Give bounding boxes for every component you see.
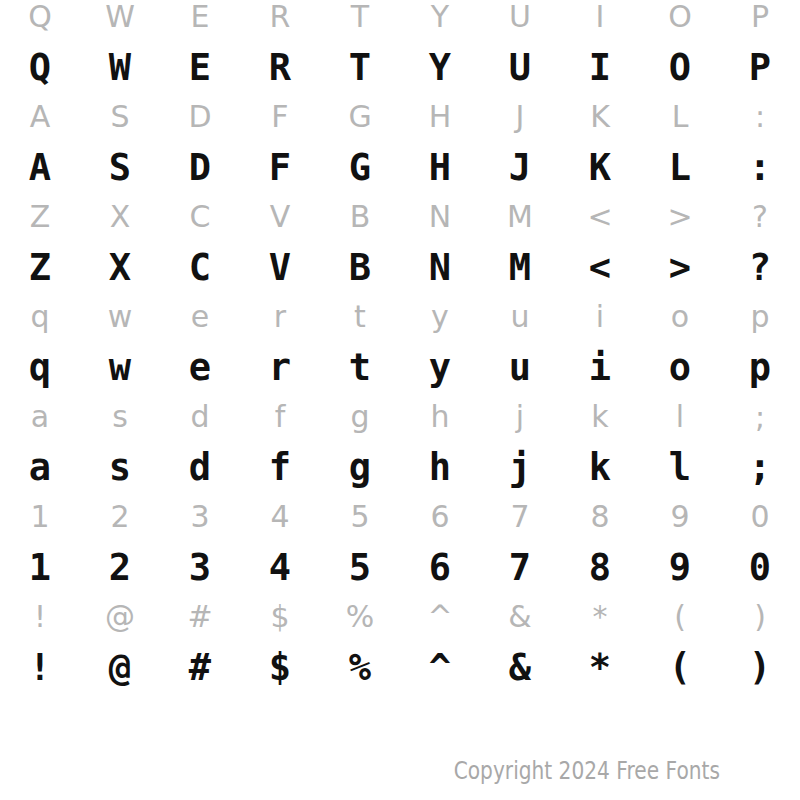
bold-char-cell-3-5: y xyxy=(400,342,480,392)
bold-char-cell-0-5: Y xyxy=(400,42,480,92)
bold-char-cell-6-0: ! xyxy=(0,642,80,692)
bold-char-cell-2-0: Z xyxy=(0,242,80,292)
ghost-char-cell-2-1: X xyxy=(80,192,160,242)
ghost-char-cell-5-7: 8 xyxy=(560,492,640,542)
bold-char-cell-3-6: u xyxy=(480,342,560,392)
bold-char-cell-4-2: d xyxy=(160,442,240,492)
bold-char-cell-6-1: @ xyxy=(80,642,160,692)
ghost-char-cell-1-0: A xyxy=(0,92,80,142)
bold-char-cell-0-4: T xyxy=(320,42,400,92)
bold-char-cell-2-3: V xyxy=(240,242,320,292)
ghost-char-cell-2-2: C xyxy=(160,192,240,242)
ghost-char-cell-0-0: Q xyxy=(0,0,80,42)
bold-char-cell-6-3: $ xyxy=(240,642,320,692)
bold-char-cell-0-0: Q xyxy=(0,42,80,92)
ghost-char-cell-1-2: D xyxy=(160,92,240,142)
ghost-char-cell-4-3: f xyxy=(240,392,320,442)
ghost-char-cell-0-4: T xyxy=(320,0,400,42)
bold-char-cell-4-5: h xyxy=(400,442,480,492)
bold-char-cell-6-8: ( xyxy=(640,642,720,692)
ghost-char-cell-0-9: P xyxy=(720,0,800,42)
bold-char-cell-0-9: P xyxy=(720,42,800,92)
bold-char-cell-3-3: r xyxy=(240,342,320,392)
bold-char-cell-1-6: J xyxy=(480,142,560,192)
ghost-char-cell-4-2: d xyxy=(160,392,240,442)
ghost-char-cell-1-5: H xyxy=(400,92,480,142)
ghost-char-cell-3-9: p xyxy=(720,292,800,342)
ghost-char-cell-2-9: ? xyxy=(720,192,800,242)
ghost-char-cell-1-8: L xyxy=(640,92,720,142)
bold-char-cell-0-7: I xyxy=(560,42,640,92)
bold-char-cell-4-1: s xyxy=(80,442,160,492)
ghost-char-cell-6-0: ! xyxy=(0,592,80,642)
bold-char-cell-2-5: N xyxy=(400,242,480,292)
ghost-char-cell-4-4: g xyxy=(320,392,400,442)
ghost-char-cell-3-5: y xyxy=(400,292,480,342)
ghost-char-cell-1-6: J xyxy=(480,92,560,142)
ghost-char-cell-4-1: s xyxy=(80,392,160,442)
ghost-char-cell-3-2: e xyxy=(160,292,240,342)
bold-char-cell-5-1: 2 xyxy=(80,542,160,592)
ghost-char-cell-0-2: E xyxy=(160,0,240,42)
ghost-char-cell-1-9: : xyxy=(720,92,800,142)
ghost-char-cell-5-4: 5 xyxy=(320,492,400,542)
bold-char-cell-2-6: M xyxy=(480,242,560,292)
bold-char-cell-1-5: H xyxy=(400,142,480,192)
bold-char-cell-6-9: ) xyxy=(720,642,800,692)
ghost-char-cell-5-2: 3 xyxy=(160,492,240,542)
bold-char-cell-3-4: t xyxy=(320,342,400,392)
ghost-char-cell-4-5: h xyxy=(400,392,480,442)
bold-char-cell-6-2: # xyxy=(160,642,240,692)
ghost-char-cell-6-8: ( xyxy=(640,592,720,642)
ghost-char-cell-2-5: N xyxy=(400,192,480,242)
bold-char-cell-0-3: R xyxy=(240,42,320,92)
bold-char-cell-1-4: G xyxy=(320,142,400,192)
bold-char-cell-2-7: < xyxy=(560,242,640,292)
bold-char-cell-5-3: 4 xyxy=(240,542,320,592)
font-specimen-sheet: QWERTYUIOPQWERTYUIOPASDFGHJKL:ASDFGHJKL:… xyxy=(0,0,800,800)
bold-char-cell-1-2: D xyxy=(160,142,240,192)
bold-char-cell-2-4: B xyxy=(320,242,400,292)
bold-char-cell-4-7: k xyxy=(560,442,640,492)
bold-char-cell-2-2: C xyxy=(160,242,240,292)
ghost-char-cell-5-5: 6 xyxy=(400,492,480,542)
bold-char-cell-3-1: w xyxy=(80,342,160,392)
ghost-char-cell-2-6: M xyxy=(480,192,560,242)
ghost-char-cell-2-7: < xyxy=(560,192,640,242)
character-grid: QWERTYUIOPQWERTYUIOPASDFGHJKL:ASDFGHJKL:… xyxy=(0,0,800,692)
bold-char-cell-5-8: 9 xyxy=(640,542,720,592)
bold-char-cell-3-7: i xyxy=(560,342,640,392)
bold-char-cell-0-6: U xyxy=(480,42,560,92)
ghost-char-cell-6-1: @ xyxy=(80,592,160,642)
bold-char-cell-2-8: > xyxy=(640,242,720,292)
bold-char-cell-3-2: e xyxy=(160,342,240,392)
bold-char-cell-0-1: W xyxy=(80,42,160,92)
bold-char-cell-5-5: 6 xyxy=(400,542,480,592)
bold-char-cell-2-9: ? xyxy=(720,242,800,292)
ghost-char-cell-6-7: * xyxy=(560,592,640,642)
bold-char-cell-6-4: % xyxy=(320,642,400,692)
ghost-char-cell-0-8: O xyxy=(640,0,720,42)
bold-char-cell-5-7: 8 xyxy=(560,542,640,592)
ghost-char-cell-6-6: & xyxy=(480,592,560,642)
ghost-char-cell-0-3: R xyxy=(240,0,320,42)
bold-char-cell-5-6: 7 xyxy=(480,542,560,592)
ghost-char-cell-4-9: ; xyxy=(720,392,800,442)
ghost-char-cell-1-4: G xyxy=(320,92,400,142)
bold-char-cell-5-9: 0 xyxy=(720,542,800,592)
bold-char-cell-6-6: & xyxy=(480,642,560,692)
bold-char-cell-1-3: F xyxy=(240,142,320,192)
ghost-char-cell-5-0: 1 xyxy=(0,492,80,542)
ghost-char-cell-1-3: F xyxy=(240,92,320,142)
bold-char-cell-5-4: 5 xyxy=(320,542,400,592)
bold-char-cell-1-7: K xyxy=(560,142,640,192)
bold-char-cell-4-4: g xyxy=(320,442,400,492)
bold-char-cell-3-9: p xyxy=(720,342,800,392)
ghost-char-cell-3-3: r xyxy=(240,292,320,342)
ghost-char-cell-0-7: I xyxy=(560,0,640,42)
ghost-char-cell-5-8: 9 xyxy=(640,492,720,542)
ghost-char-cell-5-1: 2 xyxy=(80,492,160,542)
ghost-char-cell-2-0: Z xyxy=(0,192,80,242)
ghost-char-cell-3-7: i xyxy=(560,292,640,342)
ghost-char-cell-6-4: % xyxy=(320,592,400,642)
ghost-char-cell-1-7: K xyxy=(560,92,640,142)
bold-char-cell-6-7: * xyxy=(560,642,640,692)
ghost-char-cell-3-4: t xyxy=(320,292,400,342)
ghost-char-cell-3-1: w xyxy=(80,292,160,342)
bold-char-cell-1-1: S xyxy=(80,142,160,192)
bold-char-cell-0-2: E xyxy=(160,42,240,92)
ghost-char-cell-3-8: o xyxy=(640,292,720,342)
ghost-char-cell-0-5: Y xyxy=(400,0,480,42)
bold-char-cell-1-0: A xyxy=(0,142,80,192)
ghost-char-cell-2-4: B xyxy=(320,192,400,242)
ghost-char-cell-5-3: 4 xyxy=(240,492,320,542)
bold-char-cell-5-0: 1 xyxy=(0,542,80,592)
bold-char-cell-3-8: o xyxy=(640,342,720,392)
bold-char-cell-4-8: l xyxy=(640,442,720,492)
ghost-char-cell-3-0: q xyxy=(0,292,80,342)
bold-char-cell-3-0: q xyxy=(0,342,80,392)
ghost-char-cell-0-6: U xyxy=(480,0,560,42)
ghost-char-cell-5-9: 0 xyxy=(720,492,800,542)
copyright-watermark: Copyright 2024 Free Fonts xyxy=(454,757,720,785)
bold-char-cell-4-9: ; xyxy=(720,442,800,492)
ghost-char-cell-6-9: ) xyxy=(720,592,800,642)
ghost-char-cell-0-1: W xyxy=(80,0,160,42)
ghost-char-cell-4-8: l xyxy=(640,392,720,442)
bold-char-cell-0-8: O xyxy=(640,42,720,92)
bold-char-cell-4-6: j xyxy=(480,442,560,492)
bold-char-cell-4-3: f xyxy=(240,442,320,492)
ghost-char-cell-6-2: # xyxy=(160,592,240,642)
ghost-char-cell-2-8: > xyxy=(640,192,720,242)
ghost-char-cell-2-3: V xyxy=(240,192,320,242)
bold-char-cell-6-5: ^ xyxy=(400,642,480,692)
ghost-char-cell-6-5: ^ xyxy=(400,592,480,642)
bold-char-cell-1-9: : xyxy=(720,142,800,192)
ghost-char-cell-5-6: 7 xyxy=(480,492,560,542)
ghost-char-cell-4-6: j xyxy=(480,392,560,442)
ghost-char-cell-4-7: k xyxy=(560,392,640,442)
bold-char-cell-5-2: 3 xyxy=(160,542,240,592)
ghost-char-cell-1-1: S xyxy=(80,92,160,142)
ghost-char-cell-4-0: a xyxy=(0,392,80,442)
ghost-char-cell-6-3: $ xyxy=(240,592,320,642)
bold-char-cell-1-8: L xyxy=(640,142,720,192)
bold-char-cell-4-0: a xyxy=(0,442,80,492)
ghost-char-cell-3-6: u xyxy=(480,292,560,342)
bold-char-cell-2-1: X xyxy=(80,242,160,292)
